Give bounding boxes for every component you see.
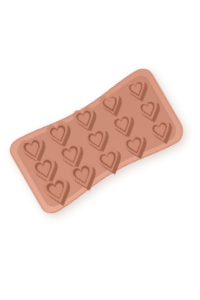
- photo-background: ♥♥♥♥♥♥♥♥♥♥♥♥♥♥♥♥♥♥♥♥♥♥♥♥♥♥♥♥♥♥♥♥♥♥♥♥♥♥♥♥…: [0, 0, 200, 300]
- cavity-grid: ♥♥♥♥♥♥♥♥♥♥♥♥♥♥♥♥♥♥♥♥♥♥♥♥♥♥♥♥♥♥♥♥♥♥♥♥♥♥♥♥…: [14, 72, 180, 209]
- chocolate-mold: ♥♥♥♥♥♥♥♥♥♥♥♥♥♥♥♥♥♥♥♥♥♥♥♥♥♥♥♥♥♥♥♥♥♥♥♥♥♥♥♥…: [1, 60, 193, 223]
